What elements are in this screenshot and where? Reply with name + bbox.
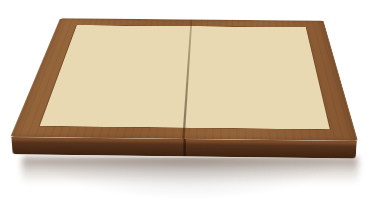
chess-set-photo	[0, 0, 376, 206]
board-front-edge	[11, 137, 357, 159]
perspective-scene	[0, 0, 376, 206]
folding-seam-edge	[183, 139, 185, 157]
chessboard	[10, 18, 358, 141]
